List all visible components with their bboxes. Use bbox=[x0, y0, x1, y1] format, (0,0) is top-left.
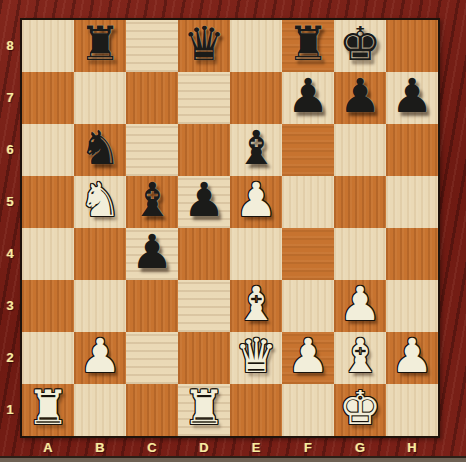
file-label-f: F bbox=[282, 438, 334, 457]
square-d7[interactable] bbox=[178, 72, 230, 124]
file-label-c: C bbox=[126, 438, 178, 457]
rank-label-7: 7 bbox=[0, 72, 20, 124]
square-g2[interactable]: ♝ bbox=[334, 332, 386, 384]
square-f2[interactable]: ♟ bbox=[282, 332, 334, 384]
square-b6[interactable]: ♞ bbox=[74, 124, 126, 176]
piece-black-bishop-c5[interactable]: ♝ bbox=[131, 174, 173, 226]
square-c7[interactable] bbox=[126, 72, 178, 124]
square-e7[interactable] bbox=[230, 72, 282, 124]
square-f3[interactable] bbox=[282, 280, 334, 332]
piece-white-pawn-e5[interactable]: ♟ bbox=[235, 174, 277, 226]
square-c1[interactable] bbox=[126, 384, 178, 436]
piece-black-knight-b6[interactable]: ♞ bbox=[79, 122, 121, 174]
square-f7[interactable]: ♟ bbox=[282, 72, 334, 124]
square-g4[interactable] bbox=[334, 228, 386, 280]
piece-black-pawn-f7[interactable]: ♟ bbox=[287, 70, 329, 122]
square-e8[interactable] bbox=[230, 20, 282, 72]
piece-white-pawn-f2[interactable]: ♟ bbox=[287, 330, 329, 382]
rank-label-3: 3 bbox=[0, 280, 20, 332]
chess-diagram: 8 7 6 5 4 3 2 1 ♜♛♜♚♟♟♟♞♝♞♝♟♟♟♝♟♟♛♟♝♟♜♜♚… bbox=[0, 0, 466, 462]
piece-black-king-g8[interactable]: ♚ bbox=[339, 18, 381, 70]
square-e6[interactable]: ♝ bbox=[230, 124, 282, 176]
square-f8[interactable]: ♜ bbox=[282, 20, 334, 72]
file-label-g: G bbox=[334, 438, 386, 457]
rank-label-6: 6 bbox=[0, 124, 20, 176]
square-f4[interactable] bbox=[282, 228, 334, 280]
square-b3[interactable] bbox=[74, 280, 126, 332]
piece-black-pawn-g7[interactable]: ♟ bbox=[339, 70, 381, 122]
piece-black-pawn-c4[interactable]: ♟ bbox=[131, 226, 173, 278]
piece-black-bishop-e6[interactable]: ♝ bbox=[235, 122, 277, 174]
square-a6[interactable] bbox=[22, 124, 74, 176]
square-a5[interactable] bbox=[22, 176, 74, 228]
square-g8[interactable]: ♚ bbox=[334, 20, 386, 72]
square-a8[interactable] bbox=[22, 20, 74, 72]
square-a2[interactable] bbox=[22, 332, 74, 384]
rank-label-2: 2 bbox=[0, 332, 20, 384]
piece-white-pawn-g3[interactable]: ♟ bbox=[339, 278, 381, 330]
square-h7[interactable]: ♟ bbox=[386, 72, 438, 124]
rank-label-8: 8 bbox=[0, 20, 20, 72]
square-g1[interactable]: ♚ bbox=[334, 384, 386, 436]
square-b2[interactable]: ♟ bbox=[74, 332, 126, 384]
square-b7[interactable] bbox=[74, 72, 126, 124]
square-c2[interactable] bbox=[126, 332, 178, 384]
square-g3[interactable]: ♟ bbox=[334, 280, 386, 332]
rank-labels: 8 7 6 5 4 3 2 1 bbox=[0, 20, 20, 436]
square-h3[interactable] bbox=[386, 280, 438, 332]
piece-black-pawn-d5[interactable]: ♟ bbox=[183, 174, 225, 226]
square-a7[interactable] bbox=[22, 72, 74, 124]
square-e1[interactable] bbox=[230, 384, 282, 436]
square-e4[interactable] bbox=[230, 228, 282, 280]
square-d5[interactable]: ♟ bbox=[178, 176, 230, 228]
chess-board: ♜♛♜♚♟♟♟♞♝♞♝♟♟♟♝♟♟♛♟♝♟♜♜♚ bbox=[20, 18, 440, 438]
piece-black-rook-b8[interactable]: ♜ bbox=[79, 18, 121, 70]
square-d1[interactable]: ♜ bbox=[178, 384, 230, 436]
square-h2[interactable]: ♟ bbox=[386, 332, 438, 384]
bottom-edge-strip bbox=[0, 456, 466, 462]
square-d2[interactable] bbox=[178, 332, 230, 384]
square-b5[interactable]: ♞ bbox=[74, 176, 126, 228]
square-d6[interactable] bbox=[178, 124, 230, 176]
file-labels: A B C D E F G H bbox=[22, 438, 438, 457]
piece-white-king-g1[interactable]: ♚ bbox=[339, 382, 381, 434]
piece-white-rook-d1[interactable]: ♜ bbox=[183, 382, 225, 434]
file-label-e: E bbox=[230, 438, 282, 457]
piece-black-queen-d8[interactable]: ♛ bbox=[183, 18, 225, 70]
rank-label-4: 4 bbox=[0, 228, 20, 280]
square-a1[interactable]: ♜ bbox=[22, 384, 74, 436]
square-h8[interactable] bbox=[386, 20, 438, 72]
square-f5[interactable] bbox=[282, 176, 334, 228]
file-label-b: B bbox=[74, 438, 126, 457]
square-c5[interactable]: ♝ bbox=[126, 176, 178, 228]
square-c6[interactable] bbox=[126, 124, 178, 176]
piece-black-rook-f8[interactable]: ♜ bbox=[287, 18, 329, 70]
square-b1[interactable] bbox=[74, 384, 126, 436]
file-label-d: D bbox=[178, 438, 230, 457]
square-b4[interactable] bbox=[74, 228, 126, 280]
file-label-a: A bbox=[22, 438, 74, 457]
square-e3[interactable]: ♝ bbox=[230, 280, 282, 332]
square-a3[interactable] bbox=[22, 280, 74, 332]
square-d3[interactable] bbox=[178, 280, 230, 332]
square-e2[interactable]: ♛ bbox=[230, 332, 282, 384]
square-e5[interactable]: ♟ bbox=[230, 176, 282, 228]
square-a4[interactable] bbox=[22, 228, 74, 280]
square-h6[interactable] bbox=[386, 124, 438, 176]
rank-label-1: 1 bbox=[0, 384, 20, 436]
rank-label-5: 5 bbox=[0, 176, 20, 228]
square-f1[interactable] bbox=[282, 384, 334, 436]
piece-white-bishop-e3[interactable]: ♝ bbox=[235, 278, 277, 330]
square-d8[interactable]: ♛ bbox=[178, 20, 230, 72]
piece-white-rook-a1[interactable]: ♜ bbox=[27, 382, 69, 434]
piece-white-knight-b5[interactable]: ♞ bbox=[79, 174, 121, 226]
square-d4[interactable] bbox=[178, 228, 230, 280]
square-h1[interactable] bbox=[386, 384, 438, 436]
square-g7[interactable]: ♟ bbox=[334, 72, 386, 124]
file-label-h: H bbox=[386, 438, 438, 457]
square-c4[interactable]: ♟ bbox=[126, 228, 178, 280]
piece-white-pawn-h2[interactable]: ♟ bbox=[391, 330, 433, 382]
square-h4[interactable] bbox=[386, 228, 438, 280]
piece-white-bishop-g2[interactable]: ♝ bbox=[339, 330, 381, 382]
piece-white-queen-e2[interactable]: ♛ bbox=[235, 330, 277, 382]
square-g6[interactable] bbox=[334, 124, 386, 176]
piece-black-pawn-h7[interactable]: ♟ bbox=[391, 70, 433, 122]
piece-white-pawn-b2[interactable]: ♟ bbox=[79, 330, 121, 382]
square-c3[interactable] bbox=[126, 280, 178, 332]
square-c8[interactable] bbox=[126, 20, 178, 72]
square-b8[interactable]: ♜ bbox=[74, 20, 126, 72]
square-g5[interactable] bbox=[334, 176, 386, 228]
square-h5[interactable] bbox=[386, 176, 438, 228]
square-f6[interactable] bbox=[282, 124, 334, 176]
